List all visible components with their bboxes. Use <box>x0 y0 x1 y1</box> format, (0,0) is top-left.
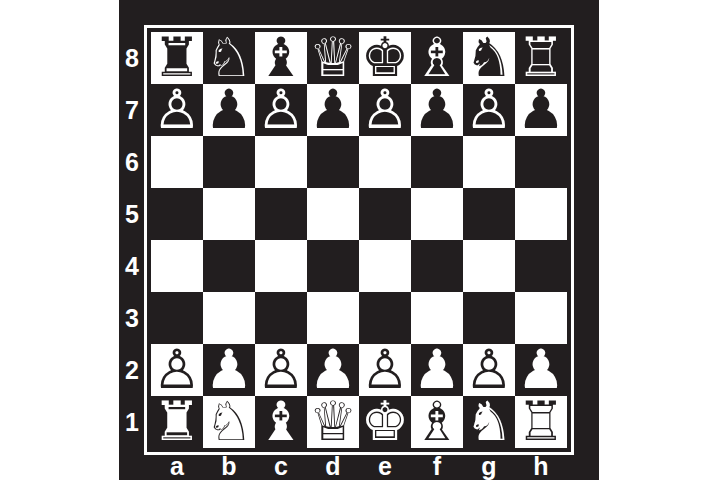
square-d5[interactable] <box>307 188 359 240</box>
square-d2[interactable]: ♟ <box>307 344 359 396</box>
piece-white-bishop: ♝ <box>257 396 305 448</box>
square-h1[interactable]: ♖ <box>515 396 567 448</box>
piece-black-knight: ♘ <box>205 32 253 84</box>
piece-black-pawn: ♙ <box>465 84 513 136</box>
square-h3[interactable] <box>515 292 567 344</box>
square-g6[interactable] <box>463 136 515 188</box>
piece-white-knight: ♘ <box>205 396 253 448</box>
square-b7[interactable]: ♟ <box>203 84 255 136</box>
square-g8[interactable]: ♞ <box>463 32 515 84</box>
file-label-b: b <box>203 452 255 480</box>
file-label-e: e <box>359 452 411 480</box>
piece-white-pawn: ♟ <box>309 344 357 396</box>
square-b5[interactable] <box>203 188 255 240</box>
square-c1[interactable]: ♝ <box>255 396 307 448</box>
square-a3[interactable] <box>151 292 203 344</box>
square-f6[interactable] <box>411 136 463 188</box>
square-d6[interactable] <box>307 136 359 188</box>
square-b8[interactable]: ♘ <box>203 32 255 84</box>
square-a4[interactable] <box>151 240 203 292</box>
board-panel: 87654321 ♜♘♝♕♚♗♞♖♙♟♙♟♙♟♙♟♙♟♙♟♙♟♙♟♜♘♝♕♚♗♞… <box>119 0 599 480</box>
square-b2[interactable]: ♟ <box>203 344 255 396</box>
piece-white-knight: ♞ <box>465 396 513 448</box>
square-a6[interactable] <box>151 136 203 188</box>
piece-black-bishop: ♗ <box>413 32 461 84</box>
file-label-f: f <box>411 452 463 480</box>
square-b4[interactable] <box>203 240 255 292</box>
square-a5[interactable] <box>151 188 203 240</box>
square-e1[interactable]: ♚ <box>359 396 411 448</box>
square-e8[interactable]: ♚ <box>359 32 411 84</box>
board-frame: ♜♘♝♕♚♗♞♖♙♟♙♟♙♟♙♟♙♟♙♟♙♟♙♟♜♘♝♕♚♗♞♖ <box>144 25 574 455</box>
square-e2[interactable]: ♙ <box>359 344 411 396</box>
square-d3[interactable] <box>307 292 359 344</box>
square-b6[interactable] <box>203 136 255 188</box>
rank-label-1: 1 <box>119 396 145 448</box>
piece-black-pawn: ♟ <box>205 84 253 136</box>
square-e6[interactable] <box>359 136 411 188</box>
piece-white-pawn: ♟ <box>517 344 565 396</box>
square-c7[interactable]: ♙ <box>255 84 307 136</box>
square-h7[interactable]: ♟ <box>515 84 567 136</box>
square-a8[interactable]: ♜ <box>151 32 203 84</box>
rank-label-8: 8 <box>119 32 145 84</box>
square-f7[interactable]: ♟ <box>411 84 463 136</box>
square-c3[interactable] <box>255 292 307 344</box>
square-g7[interactable]: ♙ <box>463 84 515 136</box>
piece-black-pawn: ♙ <box>257 84 305 136</box>
square-c4[interactable] <box>255 240 307 292</box>
square-h8[interactable]: ♖ <box>515 32 567 84</box>
square-h6[interactable] <box>515 136 567 188</box>
square-b3[interactable] <box>203 292 255 344</box>
square-g3[interactable] <box>463 292 515 344</box>
square-e4[interactable] <box>359 240 411 292</box>
square-e3[interactable] <box>359 292 411 344</box>
piece-black-king: ♚ <box>361 32 409 84</box>
square-a1[interactable]: ♜ <box>151 396 203 448</box>
square-f4[interactable] <box>411 240 463 292</box>
square-f2[interactable]: ♟ <box>411 344 463 396</box>
square-g4[interactable] <box>463 240 515 292</box>
rank-label-4: 4 <box>119 240 145 292</box>
rank-label-3: 3 <box>119 292 145 344</box>
square-a2[interactable]: ♙ <box>151 344 203 396</box>
square-h5[interactable] <box>515 188 567 240</box>
piece-white-pawn: ♟ <box>205 344 253 396</box>
piece-white-bishop: ♗ <box>413 396 461 448</box>
piece-black-pawn: ♙ <box>361 84 409 136</box>
piece-white-pawn: ♙ <box>465 344 513 396</box>
square-h2[interactable]: ♟ <box>515 344 567 396</box>
square-d7[interactable]: ♟ <box>307 84 359 136</box>
rank-label-2: 2 <box>119 344 145 396</box>
piece-white-pawn: ♙ <box>153 344 201 396</box>
piece-white-pawn: ♙ <box>361 344 409 396</box>
file-label-d: d <box>307 452 359 480</box>
rank-label-5: 5 <box>119 188 145 240</box>
square-f5[interactable] <box>411 188 463 240</box>
chess-diagram: 87654321 ♜♘♝♕♚♗♞♖♙♟♙♟♙♟♙♟♙♟♙♟♙♟♙♟♜♘♝♕♚♗♞… <box>0 0 720 480</box>
square-d1[interactable]: ♕ <box>307 396 359 448</box>
piece-black-pawn: ♟ <box>517 84 565 136</box>
piece-black-rook: ♜ <box>153 32 201 84</box>
file-label-g: g <box>463 452 515 480</box>
piece-white-pawn: ♟ <box>413 344 461 396</box>
square-a7[interactable]: ♙ <box>151 84 203 136</box>
square-h4[interactable] <box>515 240 567 292</box>
square-d4[interactable] <box>307 240 359 292</box>
square-b1[interactable]: ♘ <box>203 396 255 448</box>
file-label-a: a <box>151 452 203 480</box>
piece-white-rook: ♖ <box>517 396 565 448</box>
file-label-h: h <box>515 452 567 480</box>
rank-label-6: 6 <box>119 136 145 188</box>
piece-black-rook: ♖ <box>517 32 565 84</box>
square-f1[interactable]: ♗ <box>411 396 463 448</box>
piece-white-queen: ♕ <box>309 396 357 448</box>
piece-white-king: ♚ <box>361 396 409 448</box>
piece-black-queen: ♕ <box>309 32 357 84</box>
piece-black-pawn: ♟ <box>309 84 357 136</box>
rank-label-7: 7 <box>119 84 145 136</box>
square-g2[interactable]: ♙ <box>463 344 515 396</box>
piece-black-pawn: ♙ <box>153 84 201 136</box>
square-f3[interactable] <box>411 292 463 344</box>
square-c6[interactable] <box>255 136 307 188</box>
piece-black-bishop: ♝ <box>257 32 305 84</box>
square-f8[interactable]: ♗ <box>411 32 463 84</box>
square-g1[interactable]: ♞ <box>463 396 515 448</box>
file-labels: abcdefgh <box>151 452 567 478</box>
square-e5[interactable] <box>359 188 411 240</box>
piece-white-rook: ♜ <box>153 396 201 448</box>
piece-white-pawn: ♙ <box>257 344 305 396</box>
square-d8[interactable]: ♕ <box>307 32 359 84</box>
square-e7[interactable]: ♙ <box>359 84 411 136</box>
square-c2[interactable]: ♙ <box>255 344 307 396</box>
square-c8[interactable]: ♝ <box>255 32 307 84</box>
file-label-c: c <box>255 452 307 480</box>
rank-labels: 87654321 <box>119 32 145 448</box>
square-c5[interactable] <box>255 188 307 240</box>
square-g5[interactable] <box>463 188 515 240</box>
piece-black-pawn: ♟ <box>413 84 461 136</box>
chessboard: ♜♘♝♕♚♗♞♖♙♟♙♟♙♟♙♟♙♟♙♟♙♟♙♟♜♘♝♕♚♗♞♖ <box>151 32 567 448</box>
piece-black-knight: ♞ <box>465 32 513 84</box>
